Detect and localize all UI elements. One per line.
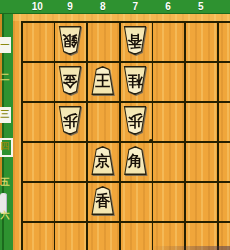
- shogi-piece-silver-general-gote[interactable]: 銀: [57, 26, 83, 55]
- piece-body: 角: [122, 146, 148, 175]
- shogi-piece-king-sente[interactable]: 王: [90, 66, 116, 95]
- shogi-piece-knight-gote[interactable]: 桂: [122, 66, 148, 95]
- rank-coordinates-bar: 一二三四五六: [0, 13, 13, 250]
- piece-body: 歩: [122, 106, 148, 135]
- shogi-app-screen: 銀香金王桂歩歩京角香 10987654 一二三四五六: [0, 0, 230, 250]
- piece-kanji: 角: [122, 154, 148, 169]
- shogi-piece-lance-gote[interactable]: 香: [122, 26, 148, 55]
- board-grid: [21, 21, 230, 250]
- piece-kanji: 歩: [122, 112, 148, 127]
- rank-label-4: 四: [1, 142, 10, 151]
- file-coordinates-bar: 10987654: [0, 0, 230, 14]
- piece-body: 歩: [57, 106, 83, 135]
- piece-body: 金: [57, 66, 83, 95]
- piece-body: 銀: [57, 26, 83, 55]
- piece-body: 香: [122, 26, 148, 55]
- file-label-8: 8: [100, 0, 106, 13]
- shogi-piece-lance-sente[interactable]: 香: [90, 186, 116, 215]
- rank-label-6: 六: [1, 211, 10, 220]
- shogi-piece-bishop-sente[interactable]: 角: [122, 146, 148, 175]
- piece-body: 王: [90, 66, 116, 95]
- file-label-7: 7: [133, 0, 139, 13]
- file-label-9: 9: [67, 0, 73, 13]
- file-label-5: 5: [198, 0, 204, 13]
- piece-kanji: 金: [57, 72, 83, 87]
- piece-kanji: 王: [90, 74, 116, 89]
- rank-label-2: 二: [1, 73, 10, 82]
- piece-kanji: 香: [122, 32, 148, 47]
- piece-kanji: 歩: [57, 112, 83, 127]
- piece-body: 桂: [122, 66, 148, 95]
- rank-label-1: 一: [1, 41, 10, 50]
- shogi-piece-kyo-capital-sente[interactable]: 京: [90, 146, 116, 175]
- piece-body: 香: [90, 186, 116, 215]
- shogi-piece-gold-general-gote[interactable]: 金: [57, 66, 83, 95]
- shogi-piece-pawn-gote[interactable]: 歩: [57, 106, 83, 135]
- rank-label-5: 五: [1, 178, 10, 187]
- star-point: [149, 139, 153, 143]
- piece-kanji: 香: [90, 194, 116, 209]
- shogi-piece-pawn-gote[interactable]: 歩: [122, 106, 148, 135]
- piece-kanji: 京: [90, 154, 116, 169]
- file-label-6: 6: [165, 0, 171, 13]
- piece-body: 京: [90, 146, 116, 175]
- file-label-10: 10: [32, 0, 43, 13]
- piece-kanji: 桂: [122, 72, 148, 87]
- piece-kanji: 銀: [57, 32, 83, 47]
- window-edge-shadow: [150, 246, 230, 250]
- shogi-board[interactable]: 銀香金王桂歩歩京角香: [13, 13, 230, 250]
- rank-label-3: 三: [1, 110, 10, 119]
